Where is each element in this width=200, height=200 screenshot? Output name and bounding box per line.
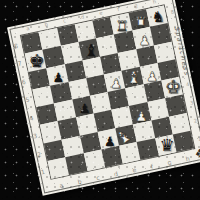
coordinate-label: 3 xyxy=(32,132,37,140)
coordinate-label: c xyxy=(95,173,100,181)
coordinate-label: 1 xyxy=(197,135,200,142)
coordinate-label: 2 xyxy=(193,117,197,124)
photo-chess-scene: abcdefgh abcdefgh 87654321 87654321 ♜♜♞♚… xyxy=(0,0,200,200)
coordinate-label: 4 xyxy=(186,81,190,88)
coordinate-label: 5 xyxy=(25,96,30,104)
black-bishop: ♝ xyxy=(83,42,97,58)
coordinate-label: h xyxy=(185,154,190,162)
coordinate-label: h xyxy=(152,0,156,5)
coordinate-label: 4 xyxy=(29,114,34,122)
white-rook: ♜ xyxy=(116,19,129,33)
coordinate-label: a xyxy=(59,181,64,189)
black-knight: ♞ xyxy=(151,10,164,25)
coordinate-label: b xyxy=(77,177,82,185)
coordinate-label: 8 xyxy=(13,42,18,50)
coordinate-label: d xyxy=(80,13,84,20)
board-grid: ♜♜♞♚♝♟♟♟♝♟♟♚♟♟♝♛ xyxy=(20,4,196,180)
coordinate-label: 7 xyxy=(17,60,22,68)
coordinate-label: b xyxy=(44,21,48,28)
coordinate-label: g xyxy=(167,158,172,166)
coordinate-label: 3 xyxy=(189,99,193,106)
chess-board: abcdefgh abcdefgh 87654321 87654321 ♜♜♞♚… xyxy=(7,0,200,196)
white-bishop: ♝ xyxy=(127,70,141,86)
coordinate-label: g xyxy=(134,2,138,9)
coordinate-label: 2 xyxy=(36,150,41,158)
coordinate-label: 8 xyxy=(170,9,174,16)
white-rook: ♜ xyxy=(134,15,147,29)
coordinate-label: e xyxy=(99,9,103,16)
coordinate-label: f xyxy=(150,162,154,169)
coordinate-label: 1 xyxy=(40,168,45,176)
coordinate-label: a xyxy=(26,25,30,32)
coordinate-label: e xyxy=(132,165,137,173)
white-king: ♚ xyxy=(165,79,181,97)
coordinate-label: 6 xyxy=(21,78,26,86)
black-king: ♚ xyxy=(29,52,45,70)
coordinate-label: d xyxy=(113,169,118,177)
coordinate-label: f xyxy=(117,6,120,12)
coordinate-label: c xyxy=(62,17,66,23)
board-square xyxy=(173,130,195,152)
black-queen: ♛ xyxy=(159,137,174,154)
